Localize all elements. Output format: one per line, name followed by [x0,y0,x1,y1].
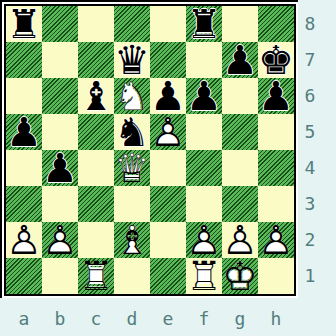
piece-white-rook-c1[interactable]: ♖︎ [78,258,114,294]
file-label-a: a [6,305,42,333]
piece-white-bishop-d2[interactable]: ♗︎ [114,222,150,258]
square-h2[interactable]: ♟︎♙︎ [258,222,294,258]
square-b8[interactable] [42,6,78,42]
file-label-c: c [78,305,114,333]
square-e3[interactable] [150,186,186,222]
board-inner-frame: ♜︎♜︎♛︎♟︎♚︎♝︎♞︎♘︎♟︎♟︎♟︎♟︎♞︎♟︎♙︎♟︎♛︎♕︎♟︎♙︎… [4,4,296,296]
square-c5[interactable] [78,114,114,150]
piece-black-pawn-a5[interactable]: ♟︎ [6,114,42,150]
file-label-d: d [114,305,150,333]
square-f4[interactable] [186,150,222,186]
square-f1[interactable]: ♜︎♖︎ [186,258,222,294]
square-d1[interactable] [114,258,150,294]
file-label-e: e [150,305,186,333]
square-g7[interactable]: ♟︎ [222,42,258,78]
rank-label-5: 5 [296,114,324,150]
square-f8[interactable]: ♜︎ [186,6,222,42]
square-h6[interactable]: ♟︎ [258,78,294,114]
rank-labels: 87654321 [296,6,324,294]
rank-label-4: 4 [296,150,324,186]
square-c1[interactable]: ♜︎♖︎ [78,258,114,294]
square-a4[interactable] [6,150,42,186]
rank-label-2: 2 [296,222,324,258]
square-e2[interactable] [150,222,186,258]
square-e8[interactable] [150,6,186,42]
square-h5[interactable] [258,114,294,150]
piece-black-pawn-f6[interactable]: ♟︎ [186,78,222,114]
square-g6[interactable] [222,78,258,114]
piece-white-rook-f1[interactable]: ♖︎ [186,258,222,294]
square-e4[interactable] [150,150,186,186]
square-c3[interactable] [78,186,114,222]
piece-black-pawn-h6[interactable]: ♟︎ [258,78,294,114]
file-labels: abcdefgh [6,305,294,333]
square-a8[interactable]: ♜︎ [6,6,42,42]
square-c8[interactable] [78,6,114,42]
piece-white-pawn-a2[interactable]: ♙︎ [6,222,42,258]
piece-black-pawn-b4[interactable]: ♟︎ [42,150,78,186]
piece-white-king-g1[interactable]: ♔︎ [222,258,258,294]
square-e5[interactable]: ♟︎♙︎ [150,114,186,150]
square-a1[interactable] [6,258,42,294]
square-h4[interactable] [258,150,294,186]
square-d2[interactable]: ♝︎♗︎ [114,222,150,258]
square-h1[interactable] [258,258,294,294]
square-e1[interactable] [150,258,186,294]
square-f6[interactable]: ♟︎ [186,78,222,114]
piece-white-pawn-h2[interactable]: ♙︎ [258,222,294,258]
chess-diagram: ♜︎♜︎♛︎♟︎♚︎♝︎♞︎♘︎♟︎♟︎♟︎♟︎♞︎♟︎♙︎♟︎♛︎♕︎♟︎♙︎… [0,0,336,336]
file-label-b: b [42,305,78,333]
square-d4[interactable]: ♛︎♕︎ [114,150,150,186]
piece-white-pawn-b2[interactable]: ♙︎ [42,222,78,258]
piece-black-rook-a8[interactable]: ♜︎ [6,6,42,42]
chess-board-frame: ♜︎♜︎♛︎♟︎♚︎♝︎♞︎♘︎♟︎♟︎♟︎♟︎♞︎♟︎♙︎♟︎♛︎♕︎♟︎♙︎… [0,0,298,298]
piece-black-rook-f8[interactable]: ♜︎ [186,6,222,42]
square-c6[interactable]: ♝︎ [78,78,114,114]
square-g5[interactable] [222,114,258,150]
square-f5[interactable] [186,114,222,150]
square-a5[interactable]: ♟︎ [6,114,42,150]
piece-black-pawn-g7[interactable]: ♟︎ [222,42,258,78]
file-label-g: g [222,305,258,333]
piece-white-queen-d4[interactable]: ♕︎ [114,150,150,186]
piece-white-pawn-e5[interactable]: ♙︎ [150,114,186,150]
chess-board: ♜︎♜︎♛︎♟︎♚︎♝︎♞︎♘︎♟︎♟︎♟︎♟︎♞︎♟︎♙︎♟︎♛︎♕︎♟︎♙︎… [6,6,294,294]
rank-label-7: 7 [296,42,324,78]
square-c4[interactable] [78,150,114,186]
square-b7[interactable] [42,42,78,78]
square-b6[interactable] [42,78,78,114]
square-b2[interactable]: ♟︎♙︎ [42,222,78,258]
square-g4[interactable] [222,150,258,186]
rank-label-6: 6 [296,78,324,114]
rank-label-1: 1 [296,258,324,294]
file-label-f: f [186,305,222,333]
square-b4[interactable]: ♟︎ [42,150,78,186]
rank-label-3: 3 [296,186,324,222]
square-a7[interactable] [6,42,42,78]
piece-black-bishop-c6[interactable]: ♝︎ [78,78,114,114]
square-b1[interactable] [42,258,78,294]
square-g1[interactable]: ♚︎♔︎ [222,258,258,294]
file-label-h: h [258,305,294,333]
square-a2[interactable]: ♟︎♙︎ [6,222,42,258]
rank-label-8: 8 [296,6,324,42]
